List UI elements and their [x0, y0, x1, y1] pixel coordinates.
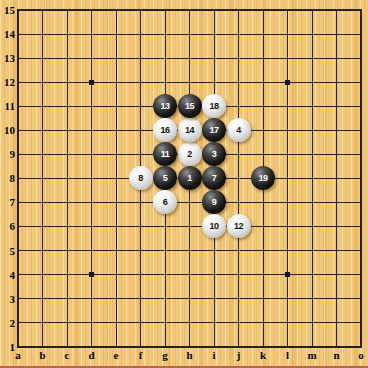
grid-line-horizontal	[17, 322, 362, 323]
stone-white-4: 4	[227, 118, 251, 142]
grid-line-horizontal	[17, 250, 362, 251]
row-label-5: 5	[0, 245, 15, 257]
row-label-10: 10	[0, 124, 15, 136]
stone-white-6: 6	[153, 190, 177, 214]
move-number: 13	[160, 101, 169, 111]
col-label-a: a	[12, 349, 24, 361]
col-label-d: d	[86, 349, 98, 361]
stone-white-2: 2	[178, 142, 202, 166]
stone-black-7: 7	[202, 166, 226, 190]
star-point-l12	[285, 80, 290, 85]
stone-black-15: 15	[178, 94, 202, 118]
grid-line-vertical	[312, 9, 313, 348]
row-label-15: 15	[0, 4, 15, 16]
move-number: 1	[187, 173, 192, 183]
move-number: 15	[185, 101, 194, 111]
grid-line-horizontal	[17, 298, 362, 299]
stone-black-3: 3	[202, 142, 226, 166]
stone-white-8: 8	[129, 166, 153, 190]
move-number: 7	[212, 173, 217, 183]
move-number: 18	[209, 101, 218, 111]
star-point-d4	[89, 272, 94, 277]
grid-line-vertical	[360, 9, 362, 348]
col-label-o: o	[355, 349, 367, 361]
move-number: 5	[163, 173, 168, 183]
col-label-c: c	[61, 349, 73, 361]
grid-line-vertical	[336, 9, 337, 348]
move-number: 4	[236, 125, 241, 135]
row-label-13: 13	[0, 52, 15, 64]
stone-white-18: 18	[202, 94, 226, 118]
move-number: 17	[209, 125, 218, 135]
grid-line-horizontal	[17, 202, 362, 203]
move-number: 6	[163, 197, 168, 207]
star-point-l4	[285, 272, 290, 277]
stone-white-16: 16	[153, 118, 177, 142]
col-label-m: m	[306, 349, 318, 361]
col-label-j: j	[233, 349, 245, 361]
move-number: 8	[138, 173, 143, 183]
row-label-14: 14	[0, 28, 15, 40]
grid-line-horizontal	[17, 346, 362, 348]
move-number: 16	[160, 125, 169, 135]
row-label-12: 12	[0, 76, 15, 88]
grid-line-vertical	[238, 9, 239, 348]
row-label-11: 11	[0, 100, 15, 112]
row-label-6: 6	[0, 220, 15, 232]
move-number: 11	[161, 149, 170, 159]
move-number: 12	[234, 221, 243, 231]
move-number: 14	[185, 125, 194, 135]
stone-white-10: 10	[202, 214, 226, 238]
grid-line-horizontal	[17, 226, 362, 227]
col-label-f: f	[135, 349, 147, 361]
stone-black-11: 11	[153, 142, 177, 166]
col-label-l: l	[282, 349, 294, 361]
col-label-h: h	[184, 349, 196, 361]
move-number: 19	[258, 173, 267, 183]
col-label-n: n	[331, 349, 343, 361]
stone-black-9: 9	[202, 190, 226, 214]
col-label-b: b	[37, 349, 49, 361]
stone-white-12: 12	[227, 214, 251, 238]
stone-black-19: 19	[251, 166, 275, 190]
col-label-i: i	[208, 349, 220, 361]
grid-line-vertical	[287, 9, 288, 348]
row-label-4: 4	[0, 269, 15, 281]
row-label-8: 8	[0, 172, 15, 184]
stone-white-14: 14	[178, 118, 202, 142]
star-point-d12	[89, 80, 94, 85]
move-number: 3	[212, 149, 217, 159]
move-number: 9	[212, 197, 217, 207]
col-label-g: g	[159, 349, 171, 361]
move-number: 10	[209, 221, 218, 231]
row-label-7: 7	[0, 196, 15, 208]
row-label-9: 9	[0, 148, 15, 160]
stone-black-5: 5	[153, 166, 177, 190]
move-number: 2	[187, 149, 192, 159]
row-label-2: 2	[0, 317, 15, 329]
stone-black-17: 17	[202, 118, 226, 142]
grid-line-horizontal	[17, 274, 362, 275]
stone-black-13: 13	[153, 94, 177, 118]
row-label-3: 3	[0, 293, 15, 305]
stone-black-1: 1	[178, 166, 202, 190]
col-label-e: e	[110, 349, 122, 361]
go-board: 151413121110987654321 abcdefghijklmno 12…	[0, 0, 368, 368]
col-label-k: k	[257, 349, 269, 361]
